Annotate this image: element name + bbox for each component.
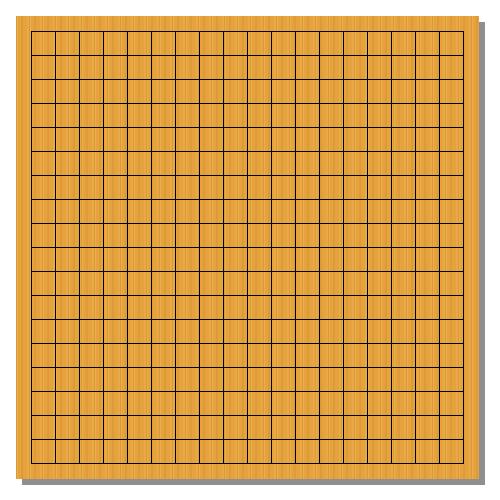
- board-grid[interactable]: [31, 31, 464, 464]
- go-board: [16, 16, 479, 479]
- go-diagram-screen: [0, 0, 500, 500]
